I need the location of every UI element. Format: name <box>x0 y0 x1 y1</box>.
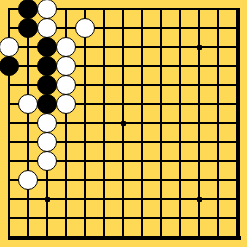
stone-white-c3r2 <box>37 18 57 38</box>
star-point-11-11 <box>197 197 202 202</box>
stone-white-c2r10 <box>18 170 38 190</box>
stone-white-c3r9 <box>37 151 57 171</box>
stone-black-c2r2 <box>18 18 38 38</box>
stone-black-c3r6 <box>37 94 57 114</box>
star-point-3-11 <box>45 197 50 202</box>
go-board-diagram <box>0 0 247 247</box>
stone-white-c1r3 <box>0 37 19 57</box>
stone-black-c3r4 <box>37 56 57 76</box>
stone-white-c3r8 <box>37 132 57 152</box>
grid-line-h-12 <box>8 217 240 219</box>
stone-white-c4r5 <box>56 75 76 95</box>
grid-line-v-10 <box>179 8 181 240</box>
grid-line-v-8 <box>141 8 143 240</box>
go-board <box>0 0 247 247</box>
star-point-7-7 <box>121 121 126 126</box>
stone-white-c4r3 <box>56 37 76 57</box>
grid-line-h-10 <box>8 179 240 181</box>
stone-black-c3r3 <box>37 37 57 57</box>
stone-black-c2r1 <box>18 0 38 19</box>
grid-line-v-6 <box>103 8 105 240</box>
star-point-11-3 <box>197 45 202 50</box>
grid-line-v-9 <box>160 8 162 240</box>
stone-black-c3r5 <box>37 75 57 95</box>
stone-white-c3r7 <box>37 113 57 133</box>
stone-white-c2r6 <box>18 94 38 114</box>
stone-white-c3r1 <box>37 0 57 19</box>
board-edge-bottom <box>8 236 241 240</box>
grid-line-v-5 <box>84 8 86 240</box>
stone-white-c5r2 <box>75 18 95 38</box>
grid-line-h-11 <box>8 198 240 200</box>
grid-line-v-11 <box>198 8 200 240</box>
board-edge-right <box>236 8 240 240</box>
grid-line-v-2 <box>27 8 29 240</box>
grid-line-v-12 <box>217 8 219 240</box>
stone-black-c1r4 <box>0 56 19 76</box>
stone-white-c4r4 <box>56 56 76 76</box>
stone-white-c4r6 <box>56 94 76 114</box>
